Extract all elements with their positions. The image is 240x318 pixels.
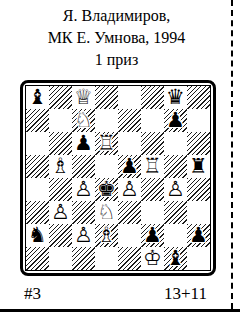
square-c5 — [72, 155, 95, 178]
piece-glyph: ♟ — [72, 132, 95, 155]
square-h4 — [187, 178, 210, 201]
black-bishop: ♝♝ — [164, 247, 187, 270]
square-a7 — [26, 109, 49, 132]
square-f6 — [141, 132, 164, 155]
white-rook: ♜♖ — [95, 132, 118, 155]
piece-glyph: ♙ — [118, 178, 141, 201]
piece-glyph: ♔ — [141, 247, 164, 270]
piece-glyph: ♙ — [72, 224, 95, 247]
square-b6 — [49, 132, 72, 155]
square-f2: ♟♟ — [141, 224, 164, 247]
square-g3 — [164, 201, 187, 224]
problem-card: Я. Владимиров, МК Е. Умнова, 1994 1 приз… — [0, 0, 240, 318]
diagram-caption: #3 13+11 — [0, 284, 233, 304]
piece-glyph: ♖ — [95, 132, 118, 155]
square-c8: ♛♕ — [72, 86, 95, 109]
black-pawn: ♟♟ — [187, 224, 210, 247]
piece-glyph: ♛ — [164, 86, 187, 109]
black-pawn: ♟♟ — [141, 224, 164, 247]
square-b2 — [49, 224, 72, 247]
square-a3 — [26, 201, 49, 224]
white-pawn: ♟♙ — [164, 178, 187, 201]
white-pawn: ♟♙ — [49, 201, 72, 224]
square-b8 — [49, 86, 72, 109]
square-h3 — [187, 201, 210, 224]
right-dashed-border — [231, 0, 233, 309]
square-b5: ♝♗ — [49, 155, 72, 178]
piece-glyph: ♟ — [187, 224, 210, 247]
award-line: 1 приз — [0, 49, 233, 71]
square-f5: ♜♖ — [141, 155, 164, 178]
square-e8 — [118, 86, 141, 109]
square-h7 — [187, 109, 210, 132]
square-g5 — [164, 155, 187, 178]
chess-board: ♝♝♛♕♛♛♞♘♟♟♟♟♜♖♝♗♟♟♜♖♜♜♟♙♚♚♟♙♟♙♟♙♞♘♞♞♟♙♝♗… — [20, 80, 216, 276]
square-d3: ♞♘ — [95, 201, 118, 224]
square-e3 — [118, 201, 141, 224]
white-king: ♚♔ — [141, 247, 164, 270]
square-c7: ♞♘ — [72, 109, 95, 132]
board-inner-border: ♝♝♛♕♛♛♞♘♟♟♟♟♜♖♝♗♟♟♜♖♜♜♟♙♚♚♟♙♟♙♟♙♞♘♞♞♟♙♝♗… — [25, 85, 211, 271]
square-a4 — [26, 178, 49, 201]
square-f3 — [141, 201, 164, 224]
square-h1 — [187, 247, 210, 270]
square-b4 — [49, 178, 72, 201]
square-d5 — [95, 155, 118, 178]
piece-glyph: ♞ — [26, 224, 49, 247]
black-pawn: ♟♟ — [164, 109, 187, 132]
square-h8 — [187, 86, 210, 109]
white-pawn: ♟♙ — [72, 224, 95, 247]
white-bishop: ♝♗ — [95, 224, 118, 247]
black-pawn: ♟♟ — [72, 132, 95, 155]
bottom-rule — [0, 309, 240, 312]
square-a8: ♝♝ — [26, 86, 49, 109]
problem-title: Я. Владимиров, МК Е. Умнова, 1994 1 приз — [0, 5, 233, 71]
square-e2 — [118, 224, 141, 247]
black-pawn: ♟♟ — [118, 155, 141, 178]
square-c1 — [72, 247, 95, 270]
black-knight: ♞♞ — [26, 224, 49, 247]
piece-count: 13+11 — [164, 284, 207, 304]
black-king: ♚♚ — [95, 178, 118, 201]
square-c4: ♟♙ — [72, 178, 95, 201]
piece-glyph: ♚ — [95, 178, 118, 201]
white-bishop: ♝♗ — [49, 155, 72, 178]
square-g1: ♝♝ — [164, 247, 187, 270]
piece-glyph: ♘ — [95, 201, 118, 224]
square-d1 — [95, 247, 118, 270]
square-f7 — [141, 109, 164, 132]
square-h2: ♟♟ — [187, 224, 210, 247]
square-g8: ♛♛ — [164, 86, 187, 109]
square-a2: ♞♞ — [26, 224, 49, 247]
square-h6 — [187, 132, 210, 155]
square-g7: ♟♟ — [164, 109, 187, 132]
white-knight: ♞♘ — [95, 201, 118, 224]
black-bishop: ♝♝ — [26, 86, 49, 109]
square-c3 — [72, 201, 95, 224]
piece-glyph: ♗ — [95, 224, 118, 247]
white-pawn: ♟♙ — [118, 178, 141, 201]
square-a1 — [26, 247, 49, 270]
square-c2: ♟♙ — [72, 224, 95, 247]
square-b7 — [49, 109, 72, 132]
piece-glyph: ♙ — [72, 178, 95, 201]
piece-glyph: ♝ — [164, 247, 187, 270]
square-f1: ♚♔ — [141, 247, 164, 270]
stipulation: #3 — [24, 284, 41, 304]
square-d4: ♚♚ — [95, 178, 118, 201]
piece-glyph: ♝ — [26, 86, 49, 109]
square-d6: ♜♖ — [95, 132, 118, 155]
square-h5: ♜♜ — [187, 155, 210, 178]
square-g4: ♟♙ — [164, 178, 187, 201]
source-line: МК Е. Умнова, 1994 — [0, 27, 233, 49]
square-g2 — [164, 224, 187, 247]
square-b3: ♟♙ — [49, 201, 72, 224]
square-a5 — [26, 155, 49, 178]
piece-glyph: ♟ — [118, 155, 141, 178]
square-d2: ♝♗ — [95, 224, 118, 247]
piece-glyph: ♗ — [49, 155, 72, 178]
square-f8 — [141, 86, 164, 109]
white-pawn: ♟♙ — [72, 178, 95, 201]
square-a6 — [26, 132, 49, 155]
square-b1 — [49, 247, 72, 270]
piece-glyph: ♟ — [164, 109, 187, 132]
square-e6 — [118, 132, 141, 155]
square-g6 — [164, 132, 187, 155]
white-queen: ♛♕ — [72, 86, 95, 109]
square-f4 — [141, 178, 164, 201]
piece-glyph: ♜ — [187, 155, 210, 178]
square-d8 — [95, 86, 118, 109]
author-line: Я. Владимиров, — [0, 5, 233, 27]
piece-glyph: ♕ — [72, 86, 95, 109]
square-e1 — [118, 247, 141, 270]
piece-glyph: ♙ — [164, 178, 187, 201]
piece-glyph: ♙ — [49, 201, 72, 224]
square-e7 — [118, 109, 141, 132]
square-e5: ♟♟ — [118, 155, 141, 178]
piece-glyph: ♖ — [141, 155, 164, 178]
black-queen: ♛♛ — [164, 86, 187, 109]
piece-glyph: ♘ — [72, 109, 95, 132]
square-d7 — [95, 109, 118, 132]
square-c6: ♟♟ — [72, 132, 95, 155]
white-rook: ♜♖ — [141, 155, 164, 178]
square-e4: ♟♙ — [118, 178, 141, 201]
board-squares: ♝♝♛♕♛♛♞♘♟♟♟♟♜♖♝♗♟♟♜♖♜♜♟♙♚♚♟♙♟♙♟♙♞♘♞♞♟♙♝♗… — [26, 86, 210, 270]
black-rook: ♜♜ — [187, 155, 210, 178]
white-knight: ♞♘ — [72, 109, 95, 132]
piece-glyph: ♟ — [141, 224, 164, 247]
